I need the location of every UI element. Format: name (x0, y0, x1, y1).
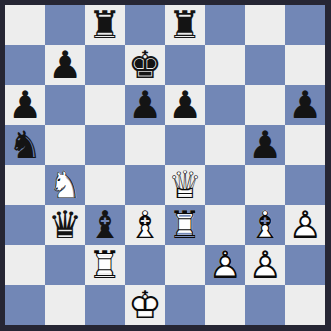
square-c2[interactable]: ♜♖ (85, 245, 125, 285)
white-pawn[interactable]: ♟♙ (285, 205, 325, 245)
piece-fill-layer: ♟ (45, 45, 85, 85)
square-b3[interactable]: ♛ (45, 205, 85, 245)
piece-fill-layer: ♟ (125, 85, 165, 125)
square-d2[interactable] (125, 245, 165, 285)
piece-outline-layer: ♙ (285, 205, 325, 245)
piece-outline-layer: ♗ (245, 205, 285, 245)
black-bishop[interactable]: ♝ (85, 205, 125, 245)
black-queen[interactable]: ♛ (45, 205, 85, 245)
piece-outline-layer: ♘ (45, 165, 85, 205)
square-c6[interactable] (85, 85, 125, 125)
piece-fill-layer: ♜ (165, 5, 205, 45)
piece-outline-layer: ♗ (125, 205, 165, 245)
square-f8[interactable] (205, 5, 245, 45)
square-f3[interactable] (205, 205, 245, 245)
square-d6[interactable]: ♟ (125, 85, 165, 125)
square-d1[interactable]: ♚♔ (125, 285, 165, 325)
square-b5[interactable] (45, 125, 85, 165)
square-g1[interactable] (245, 285, 285, 325)
black-pawn[interactable]: ♟ (285, 85, 325, 125)
square-f2[interactable]: ♟♙ (205, 245, 245, 285)
square-d7[interactable]: ♚ (125, 45, 165, 85)
black-king[interactable]: ♚ (125, 45, 165, 85)
square-e2[interactable] (165, 245, 205, 285)
square-a4[interactable] (5, 165, 45, 205)
piece-outline-layer: ♙ (205, 245, 245, 285)
square-b7[interactable]: ♟ (45, 45, 85, 85)
square-d4[interactable] (125, 165, 165, 205)
square-c8[interactable]: ♜ (85, 5, 125, 45)
square-g7[interactable] (245, 45, 285, 85)
square-c7[interactable] (85, 45, 125, 85)
square-h4[interactable] (285, 165, 325, 205)
square-g3[interactable]: ♝♗ (245, 205, 285, 245)
square-f7[interactable] (205, 45, 245, 85)
square-e3[interactable]: ♜♖ (165, 205, 205, 245)
square-h7[interactable] (285, 45, 325, 85)
piece-fill-layer: ♝ (85, 205, 125, 245)
square-g4[interactable] (245, 165, 285, 205)
square-a2[interactable] (5, 245, 45, 285)
square-e7[interactable] (165, 45, 205, 85)
piece-fill-layer: ♟ (285, 85, 325, 125)
piece-fill-layer: ♞ (5, 125, 45, 165)
chess-board: ♜♜♟♚♟♟♟♟♞♟♞♘♛♕♛♝♝♗♜♖♝♗♟♙♜♖♟♙♟♙♚♔ (5, 5, 325, 325)
square-a5[interactable]: ♞ (5, 125, 45, 165)
white-bishop[interactable]: ♝♗ (125, 205, 165, 245)
square-a1[interactable] (5, 285, 45, 325)
square-h2[interactable] (285, 245, 325, 285)
square-h5[interactable] (285, 125, 325, 165)
black-pawn[interactable]: ♟ (245, 125, 285, 165)
square-c3[interactable]: ♝ (85, 205, 125, 245)
piece-outline-layer: ♖ (85, 245, 125, 285)
square-c5[interactable] (85, 125, 125, 165)
square-e6[interactable]: ♟ (165, 85, 205, 125)
square-a3[interactable] (5, 205, 45, 245)
piece-fill-layer: ♟ (5, 85, 45, 125)
square-d3[interactable]: ♝♗ (125, 205, 165, 245)
square-b8[interactable] (45, 5, 85, 45)
square-h6[interactable]: ♟ (285, 85, 325, 125)
white-pawn[interactable]: ♟♙ (205, 245, 245, 285)
square-b4[interactable]: ♞♘ (45, 165, 85, 205)
white-pawn[interactable]: ♟♙ (245, 245, 285, 285)
square-a7[interactable] (5, 45, 45, 85)
square-d8[interactable] (125, 5, 165, 45)
piece-outline-layer: ♔ (125, 285, 165, 325)
square-h8[interactable] (285, 5, 325, 45)
square-f5[interactable] (205, 125, 245, 165)
piece-outline-layer: ♕ (165, 165, 205, 205)
black-pawn[interactable]: ♟ (165, 85, 205, 125)
white-rook[interactable]: ♜♖ (165, 205, 205, 245)
square-g5[interactable]: ♟ (245, 125, 285, 165)
piece-fill-layer: ♟ (245, 125, 285, 165)
piece-fill-layer: ♜ (85, 5, 125, 45)
square-g6[interactable] (245, 85, 285, 125)
piece-fill-layer: ♛ (45, 205, 85, 245)
black-rook[interactable]: ♜ (85, 5, 125, 45)
white-queen[interactable]: ♛♕ (165, 165, 205, 205)
square-c4[interactable] (85, 165, 125, 205)
black-pawn[interactable]: ♟ (5, 85, 45, 125)
square-h1[interactable] (285, 285, 325, 325)
black-knight[interactable]: ♞ (5, 125, 45, 165)
square-b6[interactable] (45, 85, 85, 125)
square-a8[interactable] (5, 5, 45, 45)
square-e1[interactable] (165, 285, 205, 325)
square-f1[interactable] (205, 285, 245, 325)
square-e5[interactable] (165, 125, 205, 165)
white-king[interactable]: ♚♔ (125, 285, 165, 325)
black-pawn[interactable]: ♟ (45, 45, 85, 85)
square-d5[interactable] (125, 125, 165, 165)
square-e8[interactable]: ♜ (165, 5, 205, 45)
black-rook[interactable]: ♜ (165, 5, 205, 45)
square-f4[interactable] (205, 165, 245, 205)
square-h3[interactable]: ♟♙ (285, 205, 325, 245)
square-c1[interactable] (85, 285, 125, 325)
piece-outline-layer: ♖ (165, 205, 205, 245)
piece-fill-layer: ♚ (125, 45, 165, 85)
white-rook[interactable]: ♜♖ (85, 245, 125, 285)
white-knight[interactable]: ♞♘ (45, 165, 85, 205)
square-e4[interactable]: ♛♕ (165, 165, 205, 205)
white-bishop[interactable]: ♝♗ (245, 205, 285, 245)
square-b2[interactable] (45, 245, 85, 285)
square-g2[interactable]: ♟♙ (245, 245, 285, 285)
square-b1[interactable] (45, 285, 85, 325)
piece-fill-layer: ♟ (165, 85, 205, 125)
chess-board-frame: ♜♜♟♚♟♟♟♟♞♟♞♘♛♕♛♝♝♗♜♖♝♗♟♙♜♖♟♙♟♙♚♔ (0, 0, 331, 331)
black-pawn[interactable]: ♟ (125, 85, 165, 125)
square-f6[interactable] (205, 85, 245, 125)
square-a6[interactable]: ♟ (5, 85, 45, 125)
piece-outline-layer: ♙ (245, 245, 285, 285)
square-g8[interactable] (245, 5, 285, 45)
